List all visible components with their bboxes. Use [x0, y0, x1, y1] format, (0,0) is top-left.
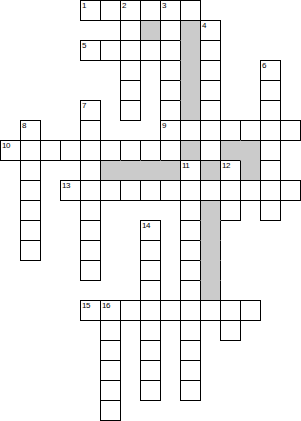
answer-cell[interactable] — [200, 140, 221, 161]
shaded-cell — [140, 20, 161, 41]
answer-cell[interactable] — [260, 180, 281, 201]
shaded-cell — [120, 160, 141, 181]
shaded-cell — [160, 160, 181, 181]
shaded-cell — [140, 160, 161, 181]
answer-cell[interactable] — [140, 340, 161, 361]
shaded-cell — [180, 80, 201, 101]
answer-cell[interactable] — [260, 80, 281, 101]
answer-cell[interactable] — [200, 180, 221, 201]
answer-cell[interactable] — [180, 360, 201, 381]
answer-cell[interactable] — [180, 220, 201, 241]
answer-cell[interactable] — [240, 120, 261, 141]
answer-cell[interactable] — [180, 120, 201, 141]
answer-cell[interactable] — [160, 120, 181, 141]
answer-cell[interactable] — [200, 20, 221, 41]
answer-cell[interactable] — [140, 260, 161, 281]
answer-cell[interactable] — [120, 300, 141, 321]
answer-cell[interactable] — [100, 140, 121, 161]
answer-cell[interactable] — [60, 140, 81, 161]
answer-cell[interactable] — [220, 120, 241, 141]
answer-cell[interactable] — [180, 320, 201, 341]
answer-cell[interactable] — [240, 180, 261, 201]
answer-cell[interactable] — [20, 160, 41, 181]
answer-cell[interactable] — [180, 160, 201, 181]
answer-cell[interactable] — [140, 360, 161, 381]
answer-cell[interactable] — [120, 40, 141, 61]
answer-cell[interactable] — [20, 180, 41, 201]
answer-cell[interactable] — [100, 0, 121, 21]
shaded-cell — [200, 220, 221, 241]
answer-cell[interactable] — [160, 0, 181, 21]
answer-cell[interactable] — [280, 120, 301, 141]
answer-cell[interactable] — [200, 300, 221, 321]
answer-cell[interactable] — [140, 220, 161, 241]
answer-cell[interactable] — [260, 100, 281, 121]
answer-cell[interactable] — [180, 200, 201, 221]
answer-cell[interactable] — [80, 0, 101, 21]
shaded-cell — [100, 160, 121, 181]
answer-cell[interactable] — [100, 320, 121, 341]
answer-cell[interactable] — [200, 80, 221, 101]
answer-cell[interactable] — [20, 220, 41, 241]
answer-cell[interactable] — [80, 40, 101, 61]
answer-cell[interactable] — [100, 180, 121, 201]
shaded-cell — [180, 100, 201, 121]
answer-cell[interactable] — [200, 120, 221, 141]
shaded-cell — [240, 140, 261, 161]
answer-cell[interactable] — [140, 40, 161, 61]
answer-cell[interactable] — [240, 300, 261, 321]
answer-cell[interactable] — [60, 180, 81, 201]
answer-cell[interactable] — [20, 140, 41, 161]
answer-cell[interactable] — [280, 180, 301, 201]
answer-cell[interactable] — [20, 120, 41, 141]
answer-cell[interactable] — [180, 0, 201, 21]
answer-cell[interactable] — [220, 160, 241, 181]
answer-cell[interactable] — [80, 220, 101, 241]
answer-cell[interactable] — [180, 280, 201, 301]
shaded-cell — [200, 240, 221, 261]
answer-cell[interactable] — [100, 40, 121, 61]
answer-cell[interactable] — [100, 340, 121, 361]
answer-cell[interactable] — [80, 260, 101, 281]
answer-cell[interactable] — [200, 40, 221, 61]
answer-cell[interactable] — [80, 240, 101, 261]
shaded-cell — [200, 160, 221, 181]
answer-cell[interactable] — [0, 140, 21, 161]
answer-cell[interactable] — [120, 100, 141, 121]
answer-cell[interactable] — [180, 260, 201, 281]
answer-cell[interactable] — [180, 300, 201, 321]
answer-cell[interactable] — [120, 20, 141, 41]
answer-cell[interactable] — [20, 200, 41, 221]
answer-cell[interactable] — [40, 140, 61, 161]
answer-cell[interactable] — [260, 160, 281, 181]
answer-cell[interactable] — [20, 240, 41, 261]
answer-cell[interactable] — [140, 280, 161, 301]
answer-cell[interactable] — [140, 140, 161, 161]
answer-cell[interactable] — [80, 100, 101, 121]
shaded-cell — [200, 260, 221, 281]
answer-cell[interactable] — [100, 400, 121, 421]
answer-cell[interactable] — [80, 300, 101, 321]
shaded-cell — [240, 160, 261, 181]
answer-cell[interactable] — [220, 320, 241, 341]
answer-cell[interactable] — [140, 0, 161, 21]
answer-cell[interactable] — [160, 60, 181, 81]
shaded-cell — [220, 140, 241, 161]
shaded-cell — [200, 280, 221, 301]
crossword-grid: 12345678910111213141516 — [0, 0, 301, 421]
answer-cell[interactable] — [160, 180, 181, 201]
answer-cell[interactable] — [100, 300, 121, 321]
shaded-cell — [200, 200, 221, 221]
shaded-cell — [180, 40, 201, 61]
answer-cell[interactable] — [220, 180, 241, 201]
answer-cell[interactable] — [180, 340, 201, 361]
answer-cell[interactable] — [120, 140, 141, 161]
answer-cell[interactable] — [140, 380, 161, 401]
answer-cell[interactable] — [180, 180, 201, 201]
answer-cell[interactable] — [80, 120, 101, 141]
answer-cell[interactable] — [140, 320, 161, 341]
answer-cell[interactable] — [80, 200, 101, 221]
answer-cell[interactable] — [120, 60, 141, 81]
answer-cell[interactable] — [220, 200, 241, 221]
answer-cell[interactable] — [80, 140, 101, 161]
answer-cell[interactable] — [260, 200, 281, 221]
answer-cell[interactable] — [180, 380, 201, 401]
answer-cell[interactable] — [200, 100, 221, 121]
answer-cell[interactable] — [160, 80, 181, 101]
shaded-cell — [180, 140, 201, 161]
answer-cell[interactable] — [160, 100, 181, 121]
answer-cell[interactable] — [160, 40, 181, 61]
answer-cell[interactable] — [140, 300, 161, 321]
answer-cell[interactable] — [120, 80, 141, 101]
answer-cell[interactable] — [140, 240, 161, 261]
answer-cell[interactable] — [260, 60, 281, 81]
answer-cell[interactable] — [120, 180, 141, 201]
answer-cell[interactable] — [160, 300, 181, 321]
answer-cell[interactable] — [100, 360, 121, 381]
answer-cell[interactable] — [260, 140, 281, 161]
answer-cell[interactable] — [220, 300, 241, 321]
shaded-cell — [180, 20, 201, 41]
answer-cell[interactable] — [160, 20, 181, 41]
answer-cell[interactable] — [80, 160, 101, 181]
answer-cell[interactable] — [100, 380, 121, 401]
answer-cell[interactable] — [80, 180, 101, 201]
answer-cell[interactable] — [180, 240, 201, 261]
shaded-cell — [180, 60, 201, 81]
answer-cell[interactable] — [200, 60, 221, 81]
answer-cell[interactable] — [120, 0, 141, 21]
answer-cell[interactable] — [160, 140, 181, 161]
answer-cell[interactable] — [260, 120, 281, 141]
answer-cell[interactable] — [140, 180, 161, 201]
